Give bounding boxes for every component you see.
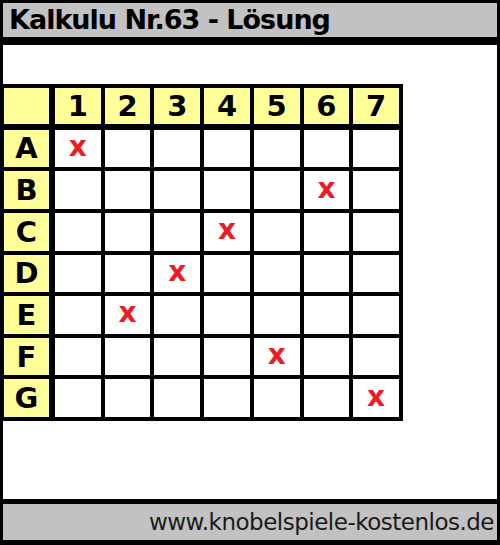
cell-F3	[154, 338, 200, 376]
page: Kalkulu Nr.63 - Lösung 1234567AxBxCxDxEx…	[0, 0, 500, 545]
cell-E5	[254, 296, 300, 334]
column-header-5: 5	[254, 88, 300, 126]
cell-B1	[55, 171, 101, 209]
row-header-B: B	[4, 171, 51, 209]
cell-D7	[353, 255, 399, 293]
footer-bar: www.knobelspiele-kostenlos.de	[3, 504, 497, 540]
cell-C7	[353, 213, 399, 251]
cell-B2	[105, 171, 151, 209]
cell-G5	[254, 379, 300, 417]
cell-D5	[254, 255, 300, 293]
cell-C6	[304, 213, 350, 251]
column-header-2: 2	[105, 88, 151, 126]
page-title: Kalkulu Nr.63 - Lösung	[3, 4, 330, 37]
cell-A5	[254, 130, 300, 168]
row-header-G: G	[4, 379, 51, 417]
cell-A4	[204, 130, 250, 168]
column-header-7: 7	[353, 88, 399, 126]
puzzle-grid: 1234567AxBxCxDxExFxGx	[0, 84, 403, 421]
cell-D3: x	[154, 255, 200, 293]
cell-D6	[304, 255, 350, 293]
row-header-D: D	[4, 255, 51, 293]
row-header-E: E	[4, 296, 51, 334]
cell-D2	[105, 255, 151, 293]
cell-G4	[204, 379, 250, 417]
footer-url: www.knobelspiele-kostenlos.de	[149, 509, 497, 535]
cell-A2	[105, 130, 151, 168]
cell-C3	[154, 213, 200, 251]
cell-A1: x	[55, 130, 101, 168]
cell-B6: x	[304, 171, 350, 209]
cell-E2: x	[105, 296, 151, 334]
cell-C2	[105, 213, 151, 251]
cell-G2	[105, 379, 151, 417]
cell-C4: x	[204, 213, 250, 251]
title-bar: Kalkulu Nr.63 - Lösung	[3, 3, 497, 37]
cell-E6	[304, 296, 350, 334]
column-header-1: 1	[55, 88, 101, 126]
cell-B3	[154, 171, 200, 209]
cell-F5: x	[254, 338, 300, 376]
row-header-F: F	[4, 338, 51, 376]
cell-G3	[154, 379, 200, 417]
main-area: 1234567AxBxCxDxExFxGx	[3, 45, 497, 499]
cell-F6	[304, 338, 350, 376]
cell-C5	[254, 213, 300, 251]
cell-G6	[304, 379, 350, 417]
cell-A7	[353, 130, 399, 168]
cell-E7	[353, 296, 399, 334]
cell-E1	[55, 296, 101, 334]
cell-B5	[254, 171, 300, 209]
cell-C1	[55, 213, 101, 251]
cell-D1	[55, 255, 101, 293]
column-header-3: 3	[154, 88, 200, 126]
cell-A3	[154, 130, 200, 168]
corner-cell	[4, 88, 51, 126]
cell-F2	[105, 338, 151, 376]
cell-A6	[304, 130, 350, 168]
cell-F4	[204, 338, 250, 376]
cell-D4	[204, 255, 250, 293]
row-header-C: C	[4, 213, 51, 251]
column-header-6: 6	[304, 88, 350, 126]
cell-F7	[353, 338, 399, 376]
cell-B4	[204, 171, 250, 209]
cell-E3	[154, 296, 200, 334]
cell-B7	[353, 171, 399, 209]
cell-G1	[55, 379, 101, 417]
cell-E4	[204, 296, 250, 334]
column-header-4: 4	[204, 88, 250, 126]
cell-F1	[55, 338, 101, 376]
cell-G7: x	[353, 379, 399, 417]
row-header-A: A	[4, 130, 51, 168]
